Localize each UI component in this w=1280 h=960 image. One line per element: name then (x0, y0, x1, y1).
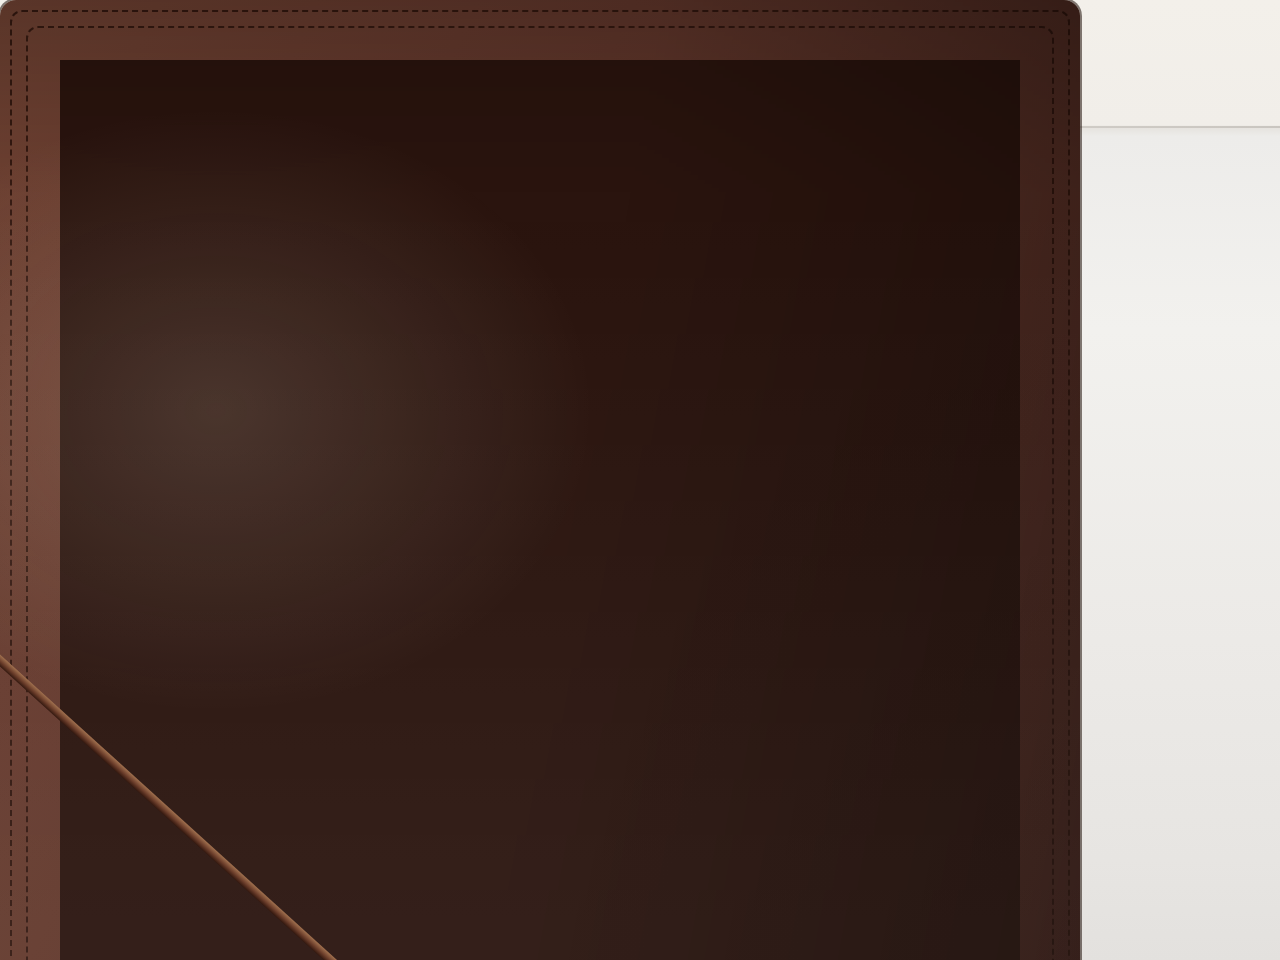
board-squares (60, 60, 1020, 960)
leather-mat (0, 0, 1080, 960)
scene (0, 0, 1280, 960)
chessboard (0, 0, 1080, 960)
